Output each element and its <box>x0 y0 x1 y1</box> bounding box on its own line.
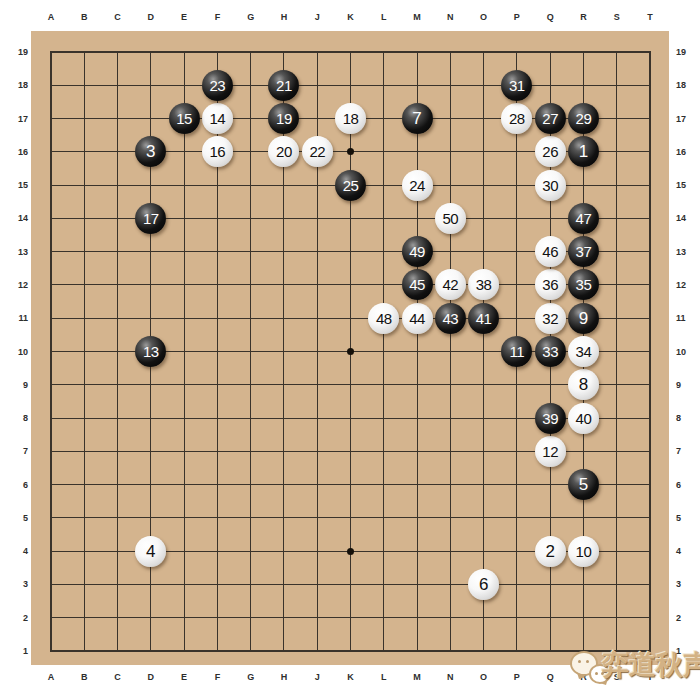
row-label-right-19: 19 <box>676 46 700 58</box>
move-number: 18 <box>343 103 359 134</box>
stone-white-K17: 18 <box>335 103 366 134</box>
col-label-bottom-J: J <box>307 671 327 683</box>
row-label-left-7: 7 <box>2 445 28 457</box>
move-number: 16 <box>210 136 226 167</box>
move-number: 1 <box>579 136 588 167</box>
col-label-top-P: P <box>507 11 527 23</box>
stone-white-Q15: 30 <box>535 170 566 201</box>
col-label-bottom-P: P <box>507 671 527 683</box>
move-number: 6 <box>479 569 488 600</box>
grid-line-vertical <box>417 51 418 652</box>
stone-white-N12: 42 <box>435 269 466 300</box>
col-label-top-B: B <box>74 11 94 23</box>
col-label-top-C: C <box>108 11 128 23</box>
row-label-right-5: 5 <box>676 512 700 524</box>
grid-line-vertical <box>450 51 451 652</box>
row-label-left-3: 3 <box>2 578 28 590</box>
row-label-right-12: 12 <box>676 279 700 291</box>
row-label-right-16: 16 <box>676 146 700 158</box>
row-label-left-10: 10 <box>2 346 28 358</box>
move-number: 14 <box>210 103 226 134</box>
col-label-bottom-E: E <box>174 671 194 683</box>
stone-white-F16: 16 <box>202 136 233 167</box>
col-label-top-R: R <box>573 11 593 23</box>
move-number: 10 <box>576 536 592 567</box>
row-label-right-6: 6 <box>676 479 700 491</box>
row-label-left-9: 9 <box>2 379 28 391</box>
stone-white-Q4: 2 <box>535 536 566 567</box>
stone-white-L11: 48 <box>368 303 399 334</box>
grid-line-horizontal <box>50 384 651 385</box>
move-number: 33 <box>542 336 558 367</box>
stone-black-R13: 37 <box>568 236 599 267</box>
row-label-right-3: 3 <box>676 578 700 590</box>
stone-white-M11: 44 <box>402 303 433 334</box>
move-number: 38 <box>476 269 492 300</box>
stone-black-F18: 23 <box>202 70 233 101</box>
stone-black-Q17: 27 <box>535 103 566 134</box>
col-label-top-O: O <box>474 11 494 23</box>
col-label-bottom-N: N <box>440 671 460 683</box>
row-label-left-19: 19 <box>2 46 28 58</box>
col-label-bottom-K: K <box>341 671 361 683</box>
move-number: 5 <box>579 469 588 500</box>
stone-black-M17: 7 <box>402 103 433 134</box>
row-label-left-16: 16 <box>2 146 28 158</box>
move-number: 27 <box>542 103 558 134</box>
col-label-top-H: H <box>274 11 294 23</box>
row-label-left-1: 1 <box>2 645 28 657</box>
move-number: 36 <box>542 269 558 300</box>
move-number: 12 <box>542 436 558 467</box>
stone-black-P10: 11 <box>501 336 532 367</box>
move-number: 3 <box>146 136 155 167</box>
col-label-bottom-D: D <box>141 671 161 683</box>
move-number: 41 <box>476 303 492 334</box>
watermark-text: 弈道秋声 <box>602 647 700 683</box>
stone-black-H18: 21 <box>268 70 299 101</box>
stone-black-R12: 35 <box>568 269 599 300</box>
stone-white-Q12: 36 <box>535 269 566 300</box>
stone-black-E17: 15 <box>169 103 200 134</box>
grid-line-vertical <box>616 51 617 652</box>
star-point-K16 <box>347 148 354 155</box>
stone-black-O11: 41 <box>468 303 499 334</box>
stone-white-P17: 28 <box>501 103 532 134</box>
col-label-top-Q: Q <box>540 11 560 23</box>
move-number: 37 <box>576 236 592 267</box>
move-number: 47 <box>576 203 592 234</box>
row-label-left-8: 8 <box>2 412 28 424</box>
stone-white-D4: 4 <box>135 536 166 567</box>
move-number: 43 <box>442 303 458 334</box>
grid-line-horizontal <box>50 484 651 485</box>
row-label-right-9: 9 <box>676 379 700 391</box>
col-label-top-L: L <box>374 11 394 23</box>
move-number: 45 <box>409 269 425 300</box>
stone-black-D10: 13 <box>135 336 166 367</box>
stone-black-D14: 17 <box>135 203 166 234</box>
row-label-left-14: 14 <box>2 212 28 224</box>
row-label-left-5: 5 <box>2 512 28 524</box>
col-label-bottom-L: L <box>374 671 394 683</box>
move-number: 44 <box>409 303 425 334</box>
row-label-right-11: 11 <box>676 312 700 324</box>
grid-line-horizontal <box>50 584 651 585</box>
stone-white-R4: 10 <box>568 536 599 567</box>
move-number: 30 <box>542 170 558 201</box>
grid-line-horizontal <box>50 517 651 518</box>
move-number: 40 <box>576 403 592 434</box>
stone-black-N11: 43 <box>435 303 466 334</box>
stone-white-M15: 24 <box>402 170 433 201</box>
move-number: 11 <box>510 336 525 367</box>
stone-white-R10: 34 <box>568 336 599 367</box>
stone-white-F17: 14 <box>202 103 233 134</box>
grid-line-horizontal <box>50 617 651 618</box>
row-label-right-10: 10 <box>676 346 700 358</box>
move-number: 46 <box>542 236 558 267</box>
move-number: 13 <box>143 336 159 367</box>
move-number: 25 <box>343 170 359 201</box>
stone-white-N14: 50 <box>435 203 466 234</box>
row-label-left-6: 6 <box>2 479 28 491</box>
stone-white-Q16: 26 <box>535 136 566 167</box>
col-label-top-G: G <box>241 11 261 23</box>
stone-white-J16: 22 <box>302 136 333 167</box>
stone-white-O3: 6 <box>468 569 499 600</box>
stone-black-R6: 5 <box>568 469 599 500</box>
move-number: 8 <box>579 369 588 400</box>
move-number: 7 <box>412 103 421 134</box>
grid-line-vertical <box>649 51 651 652</box>
stone-black-P18: 31 <box>501 70 532 101</box>
row-label-right-13: 13 <box>676 246 700 258</box>
move-number: 32 <box>542 303 558 334</box>
move-number: 24 <box>409 170 425 201</box>
stone-black-M13: 49 <box>402 236 433 267</box>
row-label-right-2: 2 <box>676 612 700 624</box>
watermark: 弈道秋声 <box>556 644 700 696</box>
row-label-left-11: 11 <box>2 312 28 324</box>
stone-white-R8: 40 <box>568 403 599 434</box>
col-label-bottom-B: B <box>74 671 94 683</box>
col-label-top-N: N <box>440 11 460 23</box>
board-layer: AABBCCDDEEFFGGHHJJKKLLMMNNOOPPQQRRSSTT19… <box>0 0 700 700</box>
col-label-bottom-A: A <box>41 671 61 683</box>
row-label-left-12: 12 <box>2 279 28 291</box>
col-label-bottom-H: H <box>274 671 294 683</box>
move-number: 15 <box>176 103 192 134</box>
move-number: 34 <box>576 336 592 367</box>
move-number: 17 <box>143 203 159 234</box>
grid-line-vertical <box>383 51 384 652</box>
move-number: 42 <box>442 269 458 300</box>
row-label-right-17: 17 <box>676 113 700 125</box>
stone-black-R17: 29 <box>568 103 599 134</box>
row-label-right-15: 15 <box>676 179 700 191</box>
move-number: 39 <box>542 403 558 434</box>
move-number: 19 <box>276 103 292 134</box>
col-label-top-F: F <box>207 11 227 23</box>
stone-black-H17: 19 <box>268 103 299 134</box>
stone-white-Q11: 32 <box>535 303 566 334</box>
stone-black-K15: 25 <box>335 170 366 201</box>
grid-line-vertical <box>483 51 484 652</box>
row-label-left-18: 18 <box>2 79 28 91</box>
row-label-right-18: 18 <box>676 79 700 91</box>
move-number: 50 <box>442 203 458 234</box>
row-label-right-7: 7 <box>676 445 700 457</box>
col-label-bottom-F: F <box>207 671 227 683</box>
stone-white-O12: 38 <box>468 269 499 300</box>
row-label-left-17: 17 <box>2 113 28 125</box>
row-label-right-8: 8 <box>676 412 700 424</box>
col-label-top-E: E <box>174 11 194 23</box>
star-point-K4 <box>347 548 354 555</box>
row-label-left-4: 4 <box>2 545 28 557</box>
col-label-top-K: K <box>341 11 361 23</box>
stone-black-R16: 1 <box>568 136 599 167</box>
stone-black-Q8: 39 <box>535 403 566 434</box>
move-number: 28 <box>509 103 525 134</box>
col-label-top-J: J <box>307 11 327 23</box>
move-number: 48 <box>376 303 392 334</box>
col-label-bottom-G: G <box>241 671 261 683</box>
stone-white-Q13: 46 <box>535 236 566 267</box>
row-label-left-15: 15 <box>2 179 28 191</box>
col-label-bottom-C: C <box>108 671 128 683</box>
row-label-right-14: 14 <box>676 212 700 224</box>
col-label-top-M: M <box>407 11 427 23</box>
move-number: 20 <box>276 136 292 167</box>
move-number: 4 <box>146 536 155 567</box>
move-number: 26 <box>542 136 558 167</box>
col-label-top-S: S <box>607 11 627 23</box>
move-number: 29 <box>576 103 592 134</box>
go-board-diagram: AABBCCDDEEFFGGHHJJKKLLMMNNOOPPQQRRSSTT19… <box>0 0 700 700</box>
col-label-top-T: T <box>640 11 660 23</box>
col-label-bottom-O: O <box>474 671 494 683</box>
row-label-left-2: 2 <box>2 612 28 624</box>
star-point-K10 <box>347 348 354 355</box>
stone-black-R14: 47 <box>568 203 599 234</box>
stone-black-Q10: 33 <box>535 336 566 367</box>
move-number: 35 <box>576 269 592 300</box>
stone-white-R9: 8 <box>568 369 599 400</box>
stone-white-Q7: 12 <box>535 436 566 467</box>
move-number: 2 <box>545 536 554 567</box>
move-number: 31 <box>509 70 525 101</box>
move-number: 49 <box>409 236 425 267</box>
move-number: 9 <box>579 303 588 334</box>
col-label-top-A: A <box>41 11 61 23</box>
row-label-right-4: 4 <box>676 545 700 557</box>
col-label-top-D: D <box>141 11 161 23</box>
stone-white-H16: 20 <box>268 136 299 167</box>
row-label-left-13: 13 <box>2 246 28 258</box>
stone-black-M12: 45 <box>402 269 433 300</box>
move-number: 23 <box>210 70 226 101</box>
move-number: 21 <box>276 70 292 101</box>
stone-black-R11: 9 <box>568 303 599 334</box>
move-number: 22 <box>309 136 325 167</box>
stone-black-D16: 3 <box>135 136 166 167</box>
col-label-bottom-M: M <box>407 671 427 683</box>
